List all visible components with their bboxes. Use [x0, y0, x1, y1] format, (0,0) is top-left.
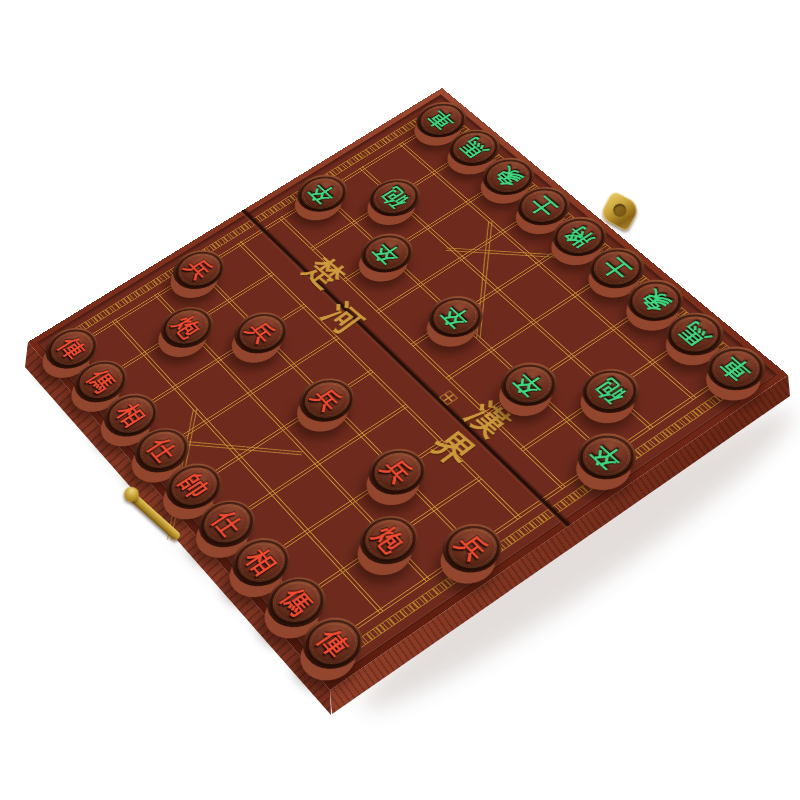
- xiangqi-product-photo: 楚 河 漢 界 車馬象士將士象馬車砲砲卒卒卒卒卒兵兵兵兵兵炮炮俥傌相仕帥仕相傌俥: [0, 0, 800, 800]
- brass-latch-bar: [130, 493, 182, 541]
- xiangqi-board: 楚 河 漢 界 車馬象士將士象馬車砲砲卒卒卒卒卒兵兵兵兵兵炮炮俥傌相仕帥仕相傌俥: [28, 88, 788, 690]
